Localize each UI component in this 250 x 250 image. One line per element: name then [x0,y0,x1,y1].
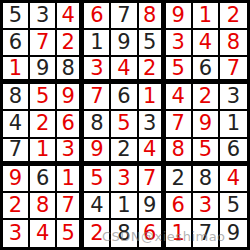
cell-r8c4[interactable]: 4 [84,193,111,220]
cell-r4c1[interactable]: 8 [3,84,30,111]
cell-r8c2[interactable]: 8 [30,193,57,220]
cell-r3c8[interactable]: 6 [193,57,220,84]
cell-r1c4[interactable]: 6 [84,3,111,30]
cell-r5c3[interactable]: 6 [57,111,84,138]
cell-r1c9[interactable]: 2 [220,3,247,30]
cell-r5c8[interactable]: 9 [193,111,220,138]
cell-r2c9[interactable]: 8 [220,30,247,57]
cell-r9c7[interactable]: 1 [166,220,193,247]
cell-r5c4[interactable]: 8 [84,111,111,138]
cell-r1c5[interactable]: 7 [111,3,138,30]
cell-r8c6[interactable]: 9 [139,193,166,220]
cell-r7c2[interactable]: 6 [30,166,57,193]
cell-r3c2[interactable]: 9 [30,57,57,84]
cell-r7c9[interactable]: 4 [220,166,247,193]
cell-r7c8[interactable]: 8 [193,166,220,193]
cell-r6c9[interactable]: 6 [220,139,247,166]
cell-r7c5[interactable]: 3 [111,166,138,193]
cell-r1c3[interactable]: 4 [57,3,84,30]
cell-r5c6[interactable]: 3 [139,111,166,138]
cell-r6c2[interactable]: 1 [30,139,57,166]
cell-r2c8[interactable]: 4 [193,30,220,57]
cell-r7c3[interactable]: 1 [57,166,84,193]
cell-r1c6[interactable]: 8 [139,3,166,30]
cell-r5c9[interactable]: 1 [220,111,247,138]
cell-r9c4[interactable]: 2 [84,220,111,247]
cell-r7c6[interactable]: 7 [139,166,166,193]
cell-r4c8[interactable]: 2 [193,84,220,111]
cell-r4c2[interactable]: 5 [30,84,57,111]
cell-r2c5[interactable]: 9 [111,30,138,57]
cell-r5c2[interactable]: 2 [30,111,57,138]
cell-r2c3[interactable]: 2 [57,30,84,57]
cell-r5c7[interactable]: 7 [166,111,193,138]
cell-r2c2[interactable]: 7 [30,30,57,57]
cell-r4c6[interactable]: 1 [139,84,166,111]
cell-r6c6[interactable]: 4 [139,139,166,166]
cell-r8c8[interactable]: 3 [193,193,220,220]
cell-r2c7[interactable]: 3 [166,30,193,57]
cell-r3c7[interactable]: 5 [166,57,193,84]
cell-r3c9[interactable]: 7 [220,57,247,84]
cell-r5c5[interactable]: 5 [111,111,138,138]
cell-r9c2[interactable]: 4 [30,220,57,247]
cell-r6c8[interactable]: 5 [193,139,220,166]
cell-r3c3[interactable]: 8 [57,57,84,84]
cell-r6c1[interactable]: 7 [3,139,30,166]
cell-r3c5[interactable]: 4 [111,57,138,84]
cell-r4c3[interactable]: 9 [57,84,84,111]
cell-r7c1[interactable]: 9 [3,166,30,193]
sudoku-board: CSDN@xieshimao 5346789126721953481983425… [0,0,250,250]
cell-r3c1[interactable]: 1 [3,57,30,84]
cell-r9c3[interactable]: 5 [57,220,84,247]
cell-r4c7[interactable]: 4 [166,84,193,111]
cell-r5c1[interactable]: 4 [3,111,30,138]
cell-r1c8[interactable]: 1 [193,3,220,30]
cell-r9c9[interactable]: 9 [220,220,247,247]
cell-r8c3[interactable]: 7 [57,193,84,220]
cell-r9c1[interactable]: 3 [3,220,30,247]
cell-r8c1[interactable]: 2 [3,193,30,220]
cell-r1c2[interactable]: 3 [30,3,57,30]
cell-r8c7[interactable]: 6 [166,193,193,220]
cell-r2c1[interactable]: 6 [3,30,30,57]
cell-r1c7[interactable]: 9 [166,3,193,30]
cell-r7c7[interactable]: 2 [166,166,193,193]
cell-r1c1[interactable]: 5 [3,3,30,30]
cell-r4c5[interactable]: 6 [111,84,138,111]
cell-r8c9[interactable]: 5 [220,193,247,220]
cell-r3c6[interactable]: 2 [139,57,166,84]
cell-r4c9[interactable]: 3 [220,84,247,111]
cell-r6c5[interactable]: 2 [111,139,138,166]
cell-r8c5[interactable]: 1 [111,193,138,220]
cell-r2c4[interactable]: 1 [84,30,111,57]
cell-r4c4[interactable]: 7 [84,84,111,111]
cell-r9c8[interactable]: 7 [193,220,220,247]
cell-r9c6[interactable]: 6 [139,220,166,247]
cell-r6c7[interactable]: 8 [166,139,193,166]
cell-r7c4[interactable]: 5 [84,166,111,193]
cell-r3c4[interactable]: 3 [84,57,111,84]
cell-r2c6[interactable]: 5 [139,30,166,57]
cell-r9c5[interactable]: 8 [111,220,138,247]
cell-r6c4[interactable]: 9 [84,139,111,166]
cell-r6c3[interactable]: 3 [57,139,84,166]
